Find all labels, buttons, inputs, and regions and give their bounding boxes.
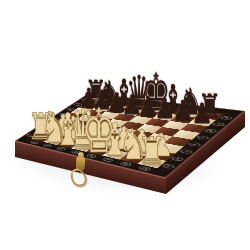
rank-label-4: 4 bbox=[187, 142, 202, 147]
rank-label-8: 8 bbox=[219, 116, 233, 120]
rank-label-2: 2 bbox=[170, 156, 185, 161]
file-label-b: B bbox=[42, 143, 53, 147]
file-label-c: C bbox=[55, 146, 66, 150]
rank-label-6: 6 bbox=[204, 128, 218, 133]
rank-label-1: 1 bbox=[161, 163, 176, 169]
chess-set-photo: ABCDEFGH 12345678 12345678 ♜♞♝♛♚♝♞♜♟♟♟♟♟… bbox=[0, 0, 250, 250]
file-label-a: A bbox=[29, 140, 39, 144]
rank-label-3: 3 bbox=[179, 149, 194, 154]
rank-label-7: 7 bbox=[212, 122, 226, 126]
rank-label-5: 5 bbox=[196, 135, 211, 140]
